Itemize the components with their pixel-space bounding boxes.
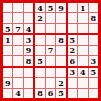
cell-r6c5[interactable] (46, 56, 55, 65)
cell-r8c2[interactable] (13, 78, 22, 87)
cell-r1c9[interactable] (89, 3, 98, 12)
cell-r9c9[interactable] (89, 89, 98, 98)
cell-r1c4: 4 (35, 3, 44, 12)
cell-r8c4[interactable] (35, 78, 44, 87)
cell-r7c6[interactable] (56, 68, 65, 77)
cell-r4c1: 1 (3, 35, 12, 44)
cell-r4c2[interactable] (13, 35, 22, 44)
cell-r2c6[interactable] (56, 13, 65, 22)
cell-r5c1[interactable] (3, 46, 12, 55)
cell-r6c7: 6 (68, 56, 77, 65)
cell-r3c6[interactable] (56, 24, 65, 33)
cell-r1c2[interactable] (13, 3, 22, 12)
cell-r9c7[interactable] (68, 89, 77, 98)
cell-r5c3: 9 (24, 46, 33, 55)
cell-r1c6: 9 (56, 3, 65, 12)
cell-r8c5[interactable] (46, 78, 55, 87)
cell-r2c7[interactable] (68, 13, 77, 22)
cell-r6c1[interactable] (3, 56, 12, 65)
cell-r2c2[interactable] (13, 13, 22, 22)
cell-r3c7[interactable] (68, 24, 77, 33)
cell-r5c5: 7 (46, 46, 55, 55)
cell-r2c3[interactable] (24, 13, 33, 22)
cell-r7c4[interactable] (35, 68, 44, 77)
cell-r7c8: 4 (78, 68, 87, 77)
cell-r8c8[interactable] (78, 78, 87, 87)
cell-r4c9[interactable] (89, 35, 98, 44)
cell-r8c9[interactable] (89, 78, 98, 87)
cell-r7c1[interactable] (3, 68, 12, 77)
cell-r5c4[interactable] (35, 46, 44, 55)
cell-r3c3: 4 (24, 24, 33, 33)
cell-r9c4: 8 (35, 89, 44, 98)
cell-r7c7: 3 (68, 68, 77, 77)
cell-r6c9: 3 (89, 56, 98, 65)
cell-r4c8[interactable] (78, 35, 87, 44)
cell-r1c5: 5 (46, 3, 55, 12)
cell-r6c2[interactable] (13, 56, 22, 65)
cell-r1c7[interactable] (68, 3, 77, 12)
cell-r7c3[interactable] (24, 68, 33, 77)
sudoku-board: 45912857413859728563345924865 (0, 0, 101, 101)
cell-r6c8[interactable] (78, 56, 87, 65)
cell-r1c1[interactable] (3, 3, 12, 12)
cell-r4c5[interactable] (46, 35, 55, 44)
cell-r2c8[interactable] (78, 13, 87, 22)
cell-r4c6: 8 (56, 35, 65, 44)
cell-r3c1: 5 (3, 24, 12, 33)
cell-r6c6[interactable] (56, 56, 65, 65)
cell-r5c8[interactable] (78, 46, 87, 55)
cell-r8c7[interactable] (68, 78, 77, 87)
cell-r3c9[interactable] (89, 24, 98, 33)
cell-r1c3[interactable] (24, 3, 33, 12)
cell-r6c3: 8 (24, 56, 33, 65)
cell-r2c4: 2 (35, 13, 44, 22)
cell-r9c5: 6 (46, 89, 55, 98)
cell-r7c5[interactable] (46, 68, 55, 77)
cell-r9c2: 4 (13, 89, 22, 98)
cell-r5c6[interactable] (56, 46, 65, 55)
cell-r9c3[interactable] (24, 89, 33, 98)
cell-r8c6: 2 (56, 78, 65, 87)
cell-r3c4[interactable] (35, 24, 44, 33)
cell-r7c2[interactable] (13, 68, 22, 77)
cell-r5c7: 2 (68, 46, 77, 55)
cell-r2c1[interactable] (3, 13, 12, 22)
cell-r2c5[interactable] (46, 13, 55, 22)
cell-r8c1: 9 (3, 78, 12, 87)
cell-r9c1[interactable] (3, 89, 12, 98)
cell-r3c8[interactable] (78, 24, 87, 33)
cell-r3c5[interactable] (46, 24, 55, 33)
cell-r2c9: 8 (89, 13, 98, 22)
cell-r9c6: 5 (56, 89, 65, 98)
cell-r4c3: 3 (24, 35, 33, 44)
cell-r6c4: 5 (35, 56, 44, 65)
cell-r9c8[interactable] (78, 89, 87, 98)
cell-r7c9: 5 (89, 68, 98, 77)
cell-r3c2: 7 (13, 24, 22, 33)
cell-r5c2[interactable] (13, 46, 22, 55)
cell-r4c4[interactable] (35, 35, 44, 44)
cell-r4c7: 5 (68, 35, 77, 44)
cell-r1c8: 1 (78, 3, 87, 12)
cell-r8c3[interactable] (24, 78, 33, 87)
cell-r5c9[interactable] (89, 46, 98, 55)
